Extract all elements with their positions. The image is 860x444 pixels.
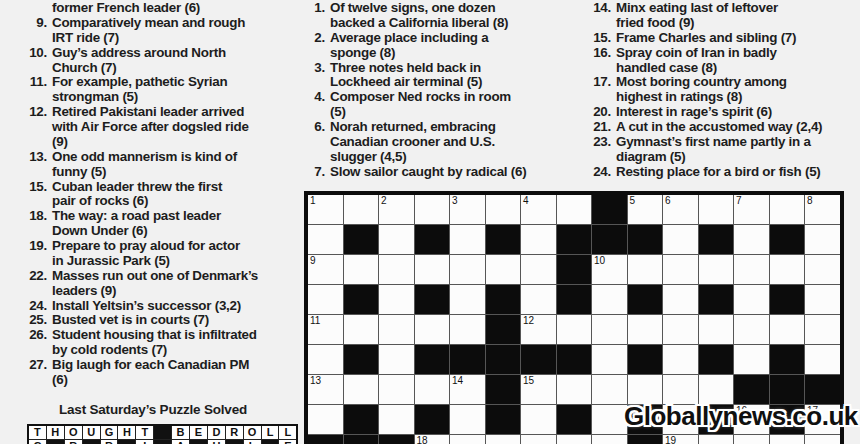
solved-letter-cell: L xyxy=(262,426,279,439)
grid-cell[interactable] xyxy=(770,255,805,284)
grid-cell[interactable] xyxy=(379,315,414,344)
clue-number: 15. xyxy=(6,180,52,210)
grid-cell[interactable] xyxy=(521,435,556,444)
clue-number: 3. xyxy=(302,61,330,91)
grid-cell[interactable] xyxy=(521,225,556,254)
clue-text: Student housing that is infiltrated by c… xyxy=(52,328,257,358)
clue-item: former French leader (6) xyxy=(6,1,298,16)
black-cell xyxy=(770,345,805,374)
grid-cell[interactable] xyxy=(592,375,627,404)
grid-cell[interactable] xyxy=(557,375,592,404)
grid-cell[interactable] xyxy=(344,375,379,404)
grid-cell[interactable] xyxy=(521,285,556,314)
grid-cell[interactable] xyxy=(734,315,769,344)
black-cell xyxy=(415,405,450,434)
grid-cell[interactable] xyxy=(592,405,627,434)
clue-number: 18. xyxy=(6,209,52,239)
grid-cell[interactable]: 8 xyxy=(805,195,840,224)
grid-cell[interactable] xyxy=(734,225,769,254)
grid-cell[interactable] xyxy=(805,435,840,444)
black-cell xyxy=(557,405,592,434)
black-cell xyxy=(415,225,450,254)
grid-cell[interactable] xyxy=(450,285,485,314)
clue-text: Three notes held back in Lockheed air te… xyxy=(330,61,482,91)
grid-cell[interactable]: 9 xyxy=(308,255,343,284)
clue-text: Gymnast’s first name partly in a diagram… xyxy=(616,135,811,165)
clue-text: Most boring country among highest in rat… xyxy=(616,75,787,105)
cell-number: 7 xyxy=(736,195,742,206)
grid-cell[interactable] xyxy=(415,255,450,284)
clue-item: 27.Big laugh for each Canadian PM (6) xyxy=(6,358,298,388)
clue-text: Composer Ned rocks in room (5) xyxy=(330,90,511,120)
clue-item: 17.Most boring country among highest in … xyxy=(582,75,860,105)
clue-item: 9.Comparatively mean and rough IRT ride … xyxy=(6,16,298,46)
clue-item: 3.Three notes held back in Lockheed air … xyxy=(302,61,584,91)
clue-item: 24.Install Yeltsin’s successor (3,2) xyxy=(6,299,298,314)
grid-cell[interactable] xyxy=(450,435,485,444)
grid-cell[interactable] xyxy=(592,435,627,444)
clue-text: Spray coin of Iran in badly handled case… xyxy=(616,46,777,76)
black-cell xyxy=(770,285,805,314)
grid-cell[interactable]: 6 xyxy=(663,195,698,224)
clue-text: The way: a road past leader Down Under (… xyxy=(52,209,221,239)
clue-item: 6.Norah returned, embracing Canadian cro… xyxy=(302,120,584,165)
grid-cell[interactable] xyxy=(663,285,698,314)
down-clue-column-left: 1.Of twelve signs, one dozen backed a Ca… xyxy=(302,1,584,180)
grid-cell[interactable] xyxy=(450,405,485,434)
solved-black-cell xyxy=(262,440,279,444)
grid-cell[interactable] xyxy=(450,315,485,344)
grid-cell[interactable]: 19 xyxy=(663,435,698,444)
grid-cell[interactable] xyxy=(805,225,840,254)
black-cell xyxy=(592,195,627,224)
black-cell xyxy=(628,435,663,444)
grid-cell[interactable] xyxy=(379,405,414,434)
clue-text: Guy’s address around North Church (7) xyxy=(52,46,226,76)
grid-cell[interactable]: 11 xyxy=(308,315,343,344)
clue-number: 26. xyxy=(6,328,52,358)
grid-cell[interactable] xyxy=(805,345,840,374)
grid-cell[interactable] xyxy=(628,255,663,284)
black-cell xyxy=(699,345,734,374)
clue-number: 17. xyxy=(582,75,616,105)
clue-number: 2. xyxy=(302,31,330,61)
cell-number: 3 xyxy=(452,195,458,206)
clue-text: Of twelve signs, one dozen backed a Cali… xyxy=(330,1,508,31)
grid-cell[interactable] xyxy=(486,435,521,444)
grid-cell[interactable] xyxy=(450,255,485,284)
cell-number: 8 xyxy=(807,195,813,206)
grid-cell[interactable] xyxy=(628,375,663,404)
clue-text: A cut in the accustomed way (2,4) xyxy=(616,120,822,135)
clue-text: Norah returned, embracing Canadian croon… xyxy=(330,120,496,165)
clue-number: 4. xyxy=(302,90,330,120)
solved-black-cell xyxy=(118,440,135,444)
solved-black-cell xyxy=(190,440,207,444)
grid-cell[interactable]: 5 xyxy=(628,195,663,224)
solved-letter-cell: H xyxy=(47,426,64,439)
grid-cell[interactable] xyxy=(379,255,414,284)
newspaper-crossword-page: { "game": "cryptic-crossword (newspaper … xyxy=(0,0,860,444)
grid-cell[interactable] xyxy=(663,345,698,374)
cell-number: 11 xyxy=(310,315,320,326)
black-cell xyxy=(450,345,485,374)
grid-cell[interactable] xyxy=(344,315,379,344)
black-cell xyxy=(770,225,805,254)
clue-item: 1.Of twelve signs, one dozen backed a Ca… xyxy=(302,1,584,31)
solved-puzzle-heading: Last Saturday’s Puzzle Solved xyxy=(8,402,298,417)
clue-item: 23.Gymnast’s first name partly in a diag… xyxy=(582,135,860,165)
grid-cell[interactable] xyxy=(699,435,734,444)
grid-cell[interactable] xyxy=(734,285,769,314)
solved-letter-cell: G xyxy=(101,426,118,439)
black-cell xyxy=(628,345,663,374)
grid-cell[interactable]: 3 xyxy=(450,195,485,224)
clue-item: 16.Spray coin of Iran in badly handled c… xyxy=(582,46,860,76)
clue-item: 18.The way: a road past leader Down Unde… xyxy=(6,209,298,239)
clue-number: 24. xyxy=(582,165,616,180)
down-clue-column-right: 14.Minx eating last of leftover fried fo… xyxy=(582,1,860,180)
solved-puzzle-grid: THOUGHTBEDROLLCRRIAULE xyxy=(27,424,298,444)
cell-number: 10 xyxy=(594,255,605,266)
clue-text: Masses run out one of Denmark’s leaders … xyxy=(52,269,258,299)
solved-letter-cell: B xyxy=(172,426,189,439)
grid-cell[interactable] xyxy=(734,345,769,374)
grid-cell[interactable] xyxy=(699,375,734,404)
clue-number: 16. xyxy=(582,46,616,76)
grid-cell[interactable] xyxy=(379,225,414,254)
clue-item: 24.Resting place for a bird or fish (5) xyxy=(582,165,860,180)
grid-cell[interactable]: 10 xyxy=(592,255,627,284)
clue-text: Frame Charles and sibling (7) xyxy=(616,31,796,46)
solved-letter-cell: E xyxy=(190,426,207,439)
clue-number: 27. xyxy=(6,358,52,388)
clue-text: Cuban leader threw the first pair of roc… xyxy=(52,180,222,210)
watermark-text: Globallynews.co.uk xyxy=(624,401,858,432)
solved-letter-cell: T xyxy=(136,426,153,439)
grid-cell[interactable] xyxy=(486,195,521,224)
grid-cell[interactable] xyxy=(308,285,343,314)
black-cell xyxy=(344,405,379,434)
solved-letter-cell: U xyxy=(208,440,225,444)
clue-number: 25. xyxy=(6,313,52,328)
grid-cell[interactable] xyxy=(450,225,485,254)
solved-letter-cell: L xyxy=(279,426,296,439)
grid-cell[interactable] xyxy=(415,315,450,344)
clue-item: 15.Frame Charles and sibling (7) xyxy=(582,31,860,46)
clue-number: 24. xyxy=(6,299,52,314)
black-cell xyxy=(344,345,379,374)
black-cell xyxy=(486,225,521,254)
clue-number: 22. xyxy=(6,269,52,299)
solved-black-cell xyxy=(154,426,171,439)
solved-letter-cell: U xyxy=(83,426,100,439)
clue-text: Slow sailor caught by radical (6) xyxy=(330,165,526,180)
black-cell xyxy=(344,285,379,314)
solved-letter-cell: O xyxy=(244,426,261,439)
black-cell xyxy=(699,225,734,254)
cell-number: 19 xyxy=(665,435,676,444)
clue-item: 13.One odd mannerism is kind of funny (5… xyxy=(6,150,298,180)
grid-cell[interactable]: 12 xyxy=(521,315,556,344)
grid-cell[interactable] xyxy=(344,255,379,284)
black-cell xyxy=(699,285,734,314)
solved-letter-cell: O xyxy=(65,426,82,439)
clue-item: 14.Minx eating last of leftover fried fo… xyxy=(582,1,860,31)
cell-number: 2 xyxy=(381,195,387,206)
cell-number: 15 xyxy=(523,375,534,386)
solved-letter-cell: E xyxy=(279,440,296,444)
cell-number: 1 xyxy=(310,195,316,206)
clue-text: Interest in rage’s spirit (6) xyxy=(616,105,772,120)
across-clue-column: former French leader (6)9.Comparatively … xyxy=(6,1,298,388)
grid-cell[interactable] xyxy=(805,255,840,284)
clue-text: Retired Pakistani leader arrived with Ai… xyxy=(52,105,249,150)
solved-letter-cell: R xyxy=(101,440,118,444)
grid-cell[interactable] xyxy=(592,315,627,344)
grid-cell[interactable]: 13 xyxy=(308,375,343,404)
grid-cell[interactable] xyxy=(734,435,769,444)
clue-item: 26.Student housing that is infiltrated b… xyxy=(6,328,298,358)
black-cell xyxy=(557,345,592,374)
clue-item: 22.Masses run out one of Denmark’s leade… xyxy=(6,269,298,299)
grid-cell[interactable] xyxy=(379,375,414,404)
black-cell xyxy=(628,285,663,314)
black-cell xyxy=(486,375,521,404)
solved-letter-cell: L xyxy=(244,440,261,444)
grid-cell[interactable]: 14 xyxy=(450,375,485,404)
grid-cell[interactable] xyxy=(663,225,698,254)
black-cell xyxy=(557,225,592,254)
grid-cell[interactable] xyxy=(379,285,414,314)
grid-cell[interactable] xyxy=(805,285,840,314)
cell-number: 5 xyxy=(630,195,636,206)
black-cell xyxy=(805,375,840,404)
solved-letter-cell: T xyxy=(29,426,46,439)
grid-cell[interactable] xyxy=(805,315,840,344)
clue-item: 11.For example, pathetic Syrian strongma… xyxy=(6,75,298,105)
black-cell xyxy=(344,225,379,254)
black-cell xyxy=(486,345,521,374)
grid-cell[interactable]: 15 xyxy=(521,375,556,404)
clue-text: Average place including a sponge (8) xyxy=(330,31,488,61)
grid-cell[interactable] xyxy=(699,315,734,344)
grid-cell[interactable] xyxy=(308,405,343,434)
solved-letter-cell: I xyxy=(136,440,153,444)
black-cell xyxy=(557,255,592,284)
black-cell xyxy=(486,285,521,314)
clue-text: Resting place for a bird or fish (5) xyxy=(616,165,821,180)
grid-cell[interactable] xyxy=(521,405,556,434)
solved-black-cell xyxy=(154,440,171,444)
grid-cell[interactable] xyxy=(663,375,698,404)
grid-cell[interactable] xyxy=(557,435,592,444)
solved-letter-cell: H xyxy=(118,426,135,439)
solved-letter-cell: A xyxy=(172,440,189,444)
solved-letter-cell: R xyxy=(226,426,243,439)
clue-number: 7. xyxy=(302,165,330,180)
clue-text: Comparatively mean and rough IRT ride (7… xyxy=(52,16,245,46)
black-cell xyxy=(379,435,414,444)
grid-cell[interactable] xyxy=(699,195,734,224)
grid-cell[interactable] xyxy=(486,255,521,284)
clue-item: 2.Average place including a sponge (8) xyxy=(302,31,584,61)
grid-cell[interactable]: 4 xyxy=(521,195,556,224)
clue-number: 9. xyxy=(6,16,52,46)
grid-cell[interactable] xyxy=(770,315,805,344)
solved-letter-cell: C xyxy=(29,440,46,444)
clue-item: 4.Composer Ned rocks in room (5) xyxy=(302,90,584,120)
grid-cell[interactable]: 2 xyxy=(379,195,414,224)
clue-item: 7.Slow sailor caught by radical (6) xyxy=(302,165,584,180)
cell-number: 9 xyxy=(310,255,316,266)
clue-number: 6. xyxy=(302,120,330,165)
clue-text: Big laugh for each Canadian PM (6) xyxy=(52,358,249,388)
clue-number: 10. xyxy=(6,46,52,76)
clue-number: 12. xyxy=(6,105,52,150)
black-cell xyxy=(308,435,343,444)
black-cell xyxy=(486,315,521,344)
grid-cell[interactable] xyxy=(663,255,698,284)
clue-number: 15. xyxy=(582,31,616,46)
solved-letter-cell: D xyxy=(208,426,225,439)
solved-letter-cell: R xyxy=(65,440,82,444)
grid-cell[interactable] xyxy=(521,255,556,284)
cell-number: 18 xyxy=(417,435,428,444)
black-cell xyxy=(770,375,805,404)
grid-cell[interactable]: 1 xyxy=(308,195,343,224)
black-cell xyxy=(592,225,627,254)
clue-item: 10.Guy’s address around North Church (7) xyxy=(6,46,298,76)
grid-cell[interactable] xyxy=(699,255,734,284)
grid-cell[interactable] xyxy=(379,345,414,374)
clue-text: For example, pathetic Syrian strongman (… xyxy=(52,75,227,105)
cell-number: 4 xyxy=(523,195,529,206)
clue-item: 12.Retired Pakistani leader arrived with… xyxy=(6,105,298,150)
grid-cell[interactable]: 18 xyxy=(415,435,450,444)
black-cell xyxy=(344,435,379,444)
clue-number: 19. xyxy=(6,239,52,269)
cell-number: 14 xyxy=(452,375,463,386)
clue-item: 20.Interest in rage’s spirit (6) xyxy=(582,105,860,120)
clue-number: 11. xyxy=(6,75,52,105)
cell-number: 6 xyxy=(665,195,671,206)
grid-cell[interactable] xyxy=(308,345,343,374)
grid-cell[interactable] xyxy=(770,435,805,444)
grid-cell[interactable] xyxy=(415,195,450,224)
clue-item: 19.Prepare to pray aloud for actor in Ju… xyxy=(6,239,298,269)
solved-black-cell xyxy=(47,440,64,444)
black-cell xyxy=(415,345,450,374)
clue-item: 21.A cut in the accustomed way (2,4) xyxy=(582,120,860,135)
clue-number: 13. xyxy=(6,150,52,180)
clue-text: Install Yeltsin’s successor (3,2) xyxy=(52,299,241,314)
clue-number: 23. xyxy=(582,135,616,165)
cell-number: 13 xyxy=(310,375,321,386)
grid-cell[interactable] xyxy=(770,195,805,224)
black-cell xyxy=(415,285,450,314)
grid-cell[interactable] xyxy=(344,195,379,224)
black-cell xyxy=(557,285,592,314)
grid-cell[interactable] xyxy=(308,225,343,254)
clue-number: 21. xyxy=(582,120,616,135)
clue-number: 20. xyxy=(582,105,616,120)
grid-cell[interactable]: 7 xyxy=(734,195,769,224)
grid-cell[interactable] xyxy=(663,315,698,344)
solved-black-cell xyxy=(226,440,243,444)
grid-cell[interactable] xyxy=(557,315,592,344)
clue-item: 15.Cuban leader threw the first pair of … xyxy=(6,180,298,210)
clue-number: 1. xyxy=(302,1,330,31)
grid-cell[interactable] xyxy=(557,195,592,224)
grid-cell[interactable] xyxy=(592,285,627,314)
grid-cell[interactable] xyxy=(415,375,450,404)
grid-cell[interactable] xyxy=(734,255,769,284)
clue-item: 25.Busted vet is in courts (7) xyxy=(6,313,298,328)
clue-text: Prepare to pray aloud for actor in Juras… xyxy=(52,239,240,269)
clue-text: Busted vet is in courts (7) xyxy=(52,313,209,328)
clue-text: former French leader (6) xyxy=(52,1,200,16)
grid-cell[interactable] xyxy=(628,315,663,344)
black-cell xyxy=(628,225,663,254)
cell-number: 12 xyxy=(523,315,534,326)
black-cell xyxy=(521,345,556,374)
clue-number xyxy=(6,1,52,16)
solved-black-cell xyxy=(83,440,100,444)
clue-text: Minx eating last of leftover fried food … xyxy=(616,1,778,31)
black-cell xyxy=(486,405,521,434)
grid-cell[interactable] xyxy=(592,345,627,374)
clue-number: 14. xyxy=(582,1,616,31)
clue-text: One odd mannerism is kind of funny (5) xyxy=(52,150,237,180)
black-cell xyxy=(734,375,769,404)
